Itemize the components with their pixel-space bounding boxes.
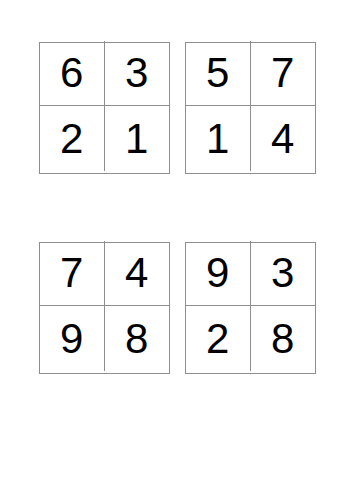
grid-cell: 7 (40, 241, 105, 306)
grid-cell: 4 (105, 241, 170, 306)
grid-cell: 3 (105, 41, 170, 106)
grid-cell: 7 (251, 41, 316, 106)
grid-cell: 8 (105, 306, 170, 371)
number-grid-top-right: 5 7 1 4 (185, 42, 316, 174)
grid-cell: 2 (40, 106, 105, 171)
number-grid-bottom-left: 7 4 9 8 (39, 242, 170, 374)
grid-cell: 4 (251, 106, 316, 171)
grid-cell: 2 (186, 306, 251, 371)
worksheet-page: 6 3 2 1 5 7 1 4 7 4 9 8 9 3 2 8 (0, 0, 354, 500)
grid-cell: 3 (251, 241, 316, 306)
grid-cell: 1 (186, 106, 251, 171)
number-grid-bottom-right: 9 3 2 8 (185, 242, 316, 374)
grid-cell: 9 (186, 241, 251, 306)
grid-cell: 8 (251, 306, 316, 371)
grid-cell: 1 (105, 106, 170, 171)
grid-cell: 9 (40, 306, 105, 371)
number-grid-top-left: 6 3 2 1 (39, 42, 170, 174)
grid-cell: 5 (186, 41, 251, 106)
grid-cell: 6 (40, 41, 105, 106)
